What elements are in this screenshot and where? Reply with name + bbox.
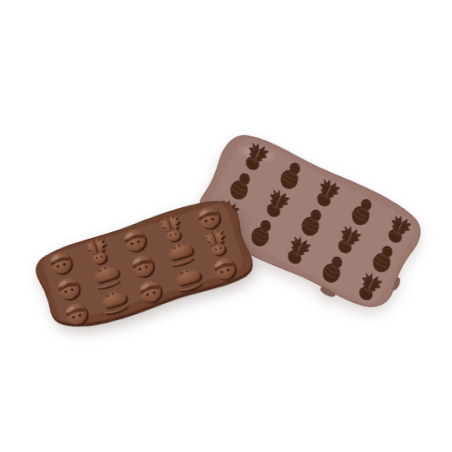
front-mold <box>22 186 264 340</box>
product-photo <box>0 0 452 452</box>
front-mold-tray <box>22 186 264 340</box>
